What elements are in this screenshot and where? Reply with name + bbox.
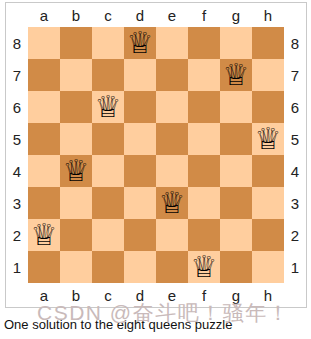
file-label-e-bottom: e [156,283,188,307]
square-c8 [92,27,124,59]
square-h4 [252,155,284,187]
square-h3 [252,187,284,219]
square-g5 [220,123,252,155]
square-b8 [60,27,92,59]
square-d4 [124,155,156,187]
square-a6 [28,91,60,123]
square-e2 [156,219,188,251]
square-g2 [220,219,252,251]
corner-bottom-right [284,283,306,307]
square-d8: ♕ [124,27,156,59]
square-g4 [220,155,252,187]
square-d2 [124,219,156,251]
square-h2 [252,219,284,251]
corner-top-right [284,3,306,27]
square-e4 [156,155,188,187]
square-f7 [188,59,220,91]
rank-label-1-right: 1 [284,251,306,283]
square-f5 [188,123,220,155]
corner-bottom-left [6,283,28,307]
square-d7 [124,59,156,91]
square-f2 [188,219,220,251]
square-h7 [252,59,284,91]
rank-label-6-left: 6 [6,91,28,123]
square-b4: ♕ [60,155,92,187]
square-d6 [124,91,156,123]
square-a8 [28,27,60,59]
file-label-h-top: h [252,3,284,27]
white-queen-piece: ♕ [95,91,122,123]
rank-label-7-left: 7 [6,59,28,91]
square-d1 [124,251,156,283]
white-queen-piece: ♕ [191,251,218,283]
chess-board: abcdefgh8♕87♕76♕65♕54♕43♕32♕21♕1abcdefgh [6,3,306,307]
file-label-a-top: a [28,3,60,27]
square-f4 [188,155,220,187]
square-f6 [188,91,220,123]
file-label-g-top: g [220,3,252,27]
square-g8 [220,27,252,59]
rank-label-2-left: 2 [6,219,28,251]
square-h1 [252,251,284,283]
white-queen-piece: ♕ [31,219,58,251]
square-b2 [60,219,92,251]
square-b5 [60,123,92,155]
file-label-d-bottom: d [124,283,156,307]
white-queen-piece: ♕ [223,59,250,91]
square-f3 [188,187,220,219]
square-d3 [124,187,156,219]
file-label-c-top: c [92,3,124,27]
square-a4 [28,155,60,187]
rank-label-7-right: 7 [284,59,306,91]
square-a7 [28,59,60,91]
file-label-b-bottom: b [60,283,92,307]
file-label-h-bottom: h [252,283,284,307]
square-g6 [220,91,252,123]
rank-label-5-left: 5 [6,123,28,155]
rank-label-3-left: 3 [6,187,28,219]
square-h6 [252,91,284,123]
rank-label-5-right: 5 [284,123,306,155]
square-e5 [156,123,188,155]
file-label-f-bottom: f [188,283,220,307]
square-b7 [60,59,92,91]
square-a3 [28,187,60,219]
square-b3 [60,187,92,219]
file-label-e-top: e [156,3,188,27]
file-label-f-top: f [188,3,220,27]
square-a5 [28,123,60,155]
rank-label-3-right: 3 [284,187,306,219]
rank-label-2-right: 2 [284,219,306,251]
square-c6: ♕ [92,91,124,123]
board-frame: abcdefgh8♕87♕76♕65♕54♕43♕32♕21♕1abcdefgh [5,2,307,308]
square-e1 [156,251,188,283]
rank-label-8-left: 8 [6,27,28,59]
square-d5 [124,123,156,155]
square-h8 [252,27,284,59]
corner-top-left [6,3,28,27]
square-g3 [220,187,252,219]
caption: One solution to the eight queens puzzle [4,317,232,332]
square-f8 [188,27,220,59]
square-a2: ♕ [28,219,60,251]
white-queen-piece: ♕ [255,123,282,155]
file-label-c-bottom: c [92,283,124,307]
file-label-g-bottom: g [220,283,252,307]
square-f1: ♕ [188,251,220,283]
rank-label-4-left: 4 [6,155,28,187]
square-h5: ♕ [252,123,284,155]
white-queen-piece: ♕ [127,27,154,59]
square-b1 [60,251,92,283]
square-e6 [156,91,188,123]
square-e8 [156,27,188,59]
square-g1 [220,251,252,283]
square-c1 [92,251,124,283]
square-c4 [92,155,124,187]
white-queen-piece: ♕ [63,155,90,187]
file-label-d-top: d [124,3,156,27]
page: abcdefgh8♕87♕76♕65♕54♕43♕32♕21♕1abcdefgh… [0,0,311,339]
square-c2 [92,219,124,251]
square-g7: ♕ [220,59,252,91]
rank-label-8-right: 8 [284,27,306,59]
square-b6 [60,91,92,123]
white-queen-piece: ♕ [159,187,186,219]
square-c3 [92,187,124,219]
file-label-a-bottom: a [28,283,60,307]
rank-label-4-right: 4 [284,155,306,187]
rank-label-1-left: 1 [6,251,28,283]
square-c5 [92,123,124,155]
square-c7 [92,59,124,91]
file-label-b-top: b [60,3,92,27]
square-a1 [28,251,60,283]
square-e3: ♕ [156,187,188,219]
rank-label-6-right: 6 [284,91,306,123]
square-e7 [156,59,188,91]
